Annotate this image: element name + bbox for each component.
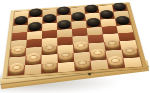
light-piece-f2[interactable] <box>90 48 107 60</box>
checkers-board <box>2 2 148 79</box>
light-piece-b2[interactable] <box>25 53 41 65</box>
square-f1[interactable] <box>91 60 109 70</box>
light-piece-a1[interactable] <box>8 63 25 76</box>
dark-piece-f6[interactable] <box>86 18 101 28</box>
dark-piece-h6[interactable] <box>115 15 131 25</box>
light-piece-c1[interactable] <box>42 60 58 73</box>
light-piece-g1[interactable] <box>107 56 125 68</box>
square-a1[interactable] <box>7 65 24 76</box>
light-piece-d2[interactable] <box>58 50 74 62</box>
light-piece-e3[interactable] <box>73 41 89 52</box>
dark-piece-d6[interactable] <box>57 20 71 30</box>
dark-piece-b6[interactable] <box>28 22 42 32</box>
square-d1[interactable] <box>58 62 75 73</box>
square-b1[interactable] <box>24 64 41 75</box>
square-c1[interactable] <box>41 63 58 74</box>
square-e1[interactable] <box>74 61 91 71</box>
square-g1[interactable] <box>107 58 125 68</box>
light-piece-e1[interactable] <box>74 58 91 71</box>
light-piece-a3[interactable] <box>10 45 26 56</box>
checkers-board-photo <box>0 0 150 93</box>
board-grid <box>7 4 142 76</box>
light-piece-g3[interactable] <box>104 39 121 50</box>
square-h1[interactable] <box>123 57 142 67</box>
light-piece-c3[interactable] <box>42 43 57 54</box>
light-piece-h2[interactable] <box>121 46 139 58</box>
